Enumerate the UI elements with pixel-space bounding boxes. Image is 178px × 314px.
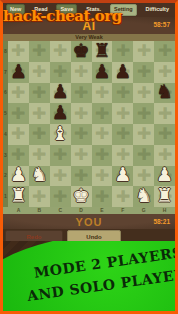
square-d3[interactable] xyxy=(71,145,92,166)
square-a6[interactable] xyxy=(8,83,29,104)
promo-banner: MODE 2 PLAYERS AND SOLO PLAYER xyxy=(3,241,175,311)
square-h1[interactable]: ♜ xyxy=(154,186,175,207)
black-pawn: ♟ xyxy=(52,103,69,122)
file-label-f: F xyxy=(112,207,133,214)
player-clock: 58:21 xyxy=(153,218,170,225)
square-h5[interactable] xyxy=(154,103,175,124)
app-window: New Read Save Stats. Setting Difficulty … xyxy=(0,0,178,314)
square-d7[interactable] xyxy=(71,62,92,83)
square-c4[interactable]: ♝ xyxy=(50,124,71,145)
square-f6[interactable] xyxy=(112,83,133,104)
square-e3[interactable] xyxy=(92,145,113,166)
black-pawn: ♟ xyxy=(114,62,131,81)
stats-button[interactable]: Stats. xyxy=(83,5,104,15)
square-g5[interactable] xyxy=(133,103,154,124)
square-e5[interactable] xyxy=(92,103,113,124)
square-e4[interactable] xyxy=(92,124,113,145)
square-f1[interactable] xyxy=(112,186,133,207)
square-c3[interactable] xyxy=(50,145,71,166)
white-knight: ♞ xyxy=(31,166,48,185)
square-c1[interactable] xyxy=(50,186,71,207)
square-f4[interactable] xyxy=(112,124,133,145)
square-h6[interactable]: ♞ xyxy=(154,83,175,104)
square-b1[interactable] xyxy=(29,186,50,207)
white-rook: ♜ xyxy=(156,186,173,205)
square-c5[interactable]: ♟ xyxy=(50,103,71,124)
square-e7[interactable]: ♟ xyxy=(92,62,113,83)
file-label-b: B xyxy=(29,207,50,214)
square-b7[interactable] xyxy=(29,62,50,83)
square-c7[interactable] xyxy=(50,62,71,83)
square-b3[interactable] xyxy=(29,145,50,166)
square-d2[interactable] xyxy=(71,166,92,187)
black-king: ♚ xyxy=(73,41,90,60)
new-game-button[interactable]: New xyxy=(6,4,25,16)
square-a4[interactable] xyxy=(8,124,29,145)
square-a1[interactable]: ♜ xyxy=(8,186,29,207)
white-pawn: ♟ xyxy=(10,166,27,185)
square-g1[interactable]: ♞ xyxy=(133,186,154,207)
board-grid: ♚♜♟♟♟♟♞♟♝♟♞♟♟♜♚♞♜ xyxy=(8,41,175,207)
black-rook: ♜ xyxy=(93,41,110,60)
difficulty-level-bar: Very Weak xyxy=(3,34,175,41)
opponent-clock: 58:57 xyxy=(153,21,170,28)
white-king: ♚ xyxy=(73,186,90,205)
save-game-button[interactable]: Save xyxy=(56,4,77,16)
square-h7[interactable] xyxy=(154,62,175,83)
square-a3[interactable] xyxy=(8,145,29,166)
square-e1[interactable] xyxy=(92,186,113,207)
square-c2[interactable] xyxy=(50,166,71,187)
square-d6[interactable] xyxy=(71,83,92,104)
player-bar: YOU 58:21 xyxy=(3,214,175,229)
difficulty-button[interactable]: Difficulty xyxy=(142,5,172,15)
square-c6[interactable]: ♟ xyxy=(50,83,71,104)
square-g4[interactable] xyxy=(133,124,154,145)
square-f2[interactable]: ♟ xyxy=(112,166,133,187)
file-label-d: D xyxy=(71,207,92,214)
file-label-g: G xyxy=(133,207,154,214)
square-f7[interactable]: ♟ xyxy=(112,62,133,83)
square-b4[interactable] xyxy=(29,124,50,145)
square-b2[interactable]: ♞ xyxy=(29,166,50,187)
square-d4[interactable] xyxy=(71,124,92,145)
setting-button[interactable]: Setting xyxy=(110,4,137,16)
square-e2[interactable] xyxy=(92,166,113,187)
file-label-a: A xyxy=(8,207,29,214)
white-knight: ♞ xyxy=(135,186,152,205)
square-g2[interactable] xyxy=(133,166,154,187)
file-label-e: E xyxy=(92,207,113,214)
square-h3[interactable] xyxy=(154,145,175,166)
chess-board: 87654321 ♚♜♟♟♟♟♞♟♝♟♞♟♟♜♚♞♜ xyxy=(3,41,175,207)
square-e6[interactable] xyxy=(92,83,113,104)
read-game-button[interactable]: Read xyxy=(31,5,50,15)
player-name: YOU xyxy=(76,216,103,228)
square-f8[interactable] xyxy=(112,41,133,62)
black-pawn: ♟ xyxy=(93,62,110,81)
square-a2[interactable]: ♟ xyxy=(8,166,29,187)
file-labels: ABCDEFGH xyxy=(3,207,175,214)
square-h4[interactable] xyxy=(154,124,175,145)
square-b8[interactable] xyxy=(29,41,50,62)
square-g7[interactable] xyxy=(133,62,154,83)
difficulty-level-label: Very Weak xyxy=(75,35,102,41)
square-d1[interactable]: ♚ xyxy=(71,186,92,207)
square-g6[interactable] xyxy=(133,83,154,104)
black-pawn: ♟ xyxy=(10,62,27,81)
square-e8[interactable]: ♜ xyxy=(92,41,113,62)
white-pawn: ♟ xyxy=(114,166,131,185)
square-d5[interactable] xyxy=(71,103,92,124)
file-label-c: C xyxy=(50,207,71,214)
square-h2[interactable]: ♟ xyxy=(154,166,175,187)
square-a8[interactable] xyxy=(8,41,29,62)
square-a5[interactable] xyxy=(8,103,29,124)
square-c8[interactable] xyxy=(50,41,71,62)
top-menu-bar: New Read Save Stats. Setting Difficulty xyxy=(3,3,175,17)
white-pawn: ♟ xyxy=(156,166,173,185)
square-b6[interactable] xyxy=(29,83,50,104)
square-d8[interactable]: ♚ xyxy=(71,41,92,62)
square-h8[interactable] xyxy=(154,41,175,62)
opponent-name: AI xyxy=(83,19,96,33)
square-f5[interactable] xyxy=(112,103,133,124)
square-g8[interactable] xyxy=(133,41,154,62)
black-pawn: ♟ xyxy=(52,83,69,102)
square-f3[interactable] xyxy=(112,145,133,166)
black-knight: ♞ xyxy=(156,83,173,102)
white-rook: ♜ xyxy=(10,186,27,205)
white-bishop: ♝ xyxy=(52,124,69,143)
file-label-h: H xyxy=(154,207,175,214)
square-b5[interactable] xyxy=(29,103,50,124)
opponent-bar: AI 58:57 xyxy=(3,17,175,34)
square-a7[interactable]: ♟ xyxy=(8,62,29,83)
square-g3[interactable] xyxy=(133,145,154,166)
